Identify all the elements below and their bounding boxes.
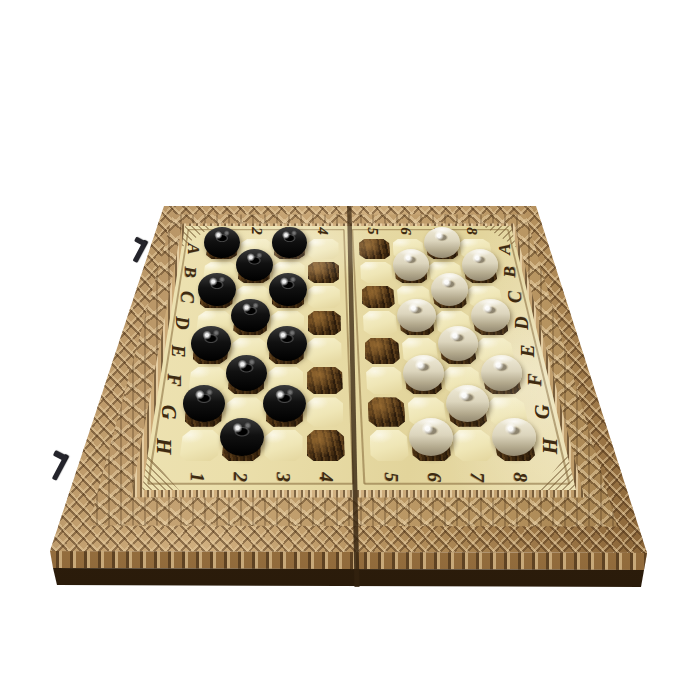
square-E4[interactable] [307,338,341,364]
rank-label-left-h: H [154,437,175,453]
square-H5[interactable] [370,430,409,461]
piece-white-E7[interactable] [438,326,478,361]
piece-black-E3[interactable] [267,326,307,361]
square-G4[interactable] [307,397,344,426]
square-C5[interactable] [362,286,395,309]
file-label-bottom-1: 1 [187,472,206,482]
square-H4[interactable] [307,430,345,461]
file-label-top-6: 6 [399,228,414,235]
file-label-bottom-6: 6 [424,472,443,482]
piece-white-A7[interactable] [424,227,460,258]
piece-black-B2[interactable] [236,249,273,281]
square-D5[interactable] [363,311,397,335]
piece-black-H2[interactable] [220,418,264,456]
file-label-top-5: 5 [366,228,381,235]
rank-label-right-f: F [525,374,545,387]
file-label-bottom-7: 7 [468,472,487,482]
piece-white-B6[interactable] [393,249,430,281]
file-label-top-4: 4 [316,228,331,235]
file-label-top-8: 8 [465,228,480,235]
rank-label-right-h: H [540,437,561,453]
piece-white-D8[interactable] [471,299,510,333]
rank-label-right-e: E [519,344,538,357]
rank-label-left-g: G [159,405,179,420]
file-label-bottom-3: 3 [273,472,292,482]
rank-label-left-a: A [185,243,202,254]
square-H3[interactable] [264,430,302,461]
rank-label-left-b: B [181,266,198,278]
square-F4[interactable] [307,367,343,395]
file-label-bottom-2: 2 [230,472,249,482]
piece-white-C7[interactable] [431,273,469,306]
rank-label-right-c: C [507,291,525,303]
square-B5[interactable] [360,262,392,284]
rank-label-left-f: F [164,374,184,387]
piece-black-C1[interactable] [198,273,236,306]
rank-label-right-d: D [512,316,530,329]
rank-label-right-b: B [501,266,518,278]
square-E5[interactable] [365,338,400,364]
square-D4[interactable] [308,311,341,335]
square-C4[interactable] [308,286,340,309]
square-A5[interactable] [359,239,390,259]
piece-white-H6[interactable] [409,418,453,456]
square-H7[interactable] [452,430,493,461]
piece-black-A1[interactable] [204,227,240,258]
rank-label-left-e: E [169,344,188,357]
photo-background: AABBCCDDEEFFGGHH1122334455667788 [0,0,700,700]
piece-black-A3[interactable] [272,227,308,258]
piece-black-E1[interactable] [191,326,231,361]
file-label-bottom-4: 4 [316,472,335,482]
rank-label-right-a: A [496,243,513,254]
square-B4[interactable] [308,262,339,284]
file-label-top-2: 2 [250,228,265,235]
rank-label-left-c: C [177,291,195,303]
piece-black-F2[interactable] [226,355,268,391]
square-H1[interactable] [180,430,220,461]
square-F5[interactable] [366,367,402,395]
checkers-board: AABBCCDDEEFFGGHH1122334455667788 [0,0,700,700]
rank-label-left-d: D [173,316,191,329]
rank-label-right-g: G [532,405,552,420]
file-label-bottom-8: 8 [511,472,530,482]
square-A4[interactable] [308,239,339,259]
square-G5[interactable] [368,397,406,426]
piece-white-F6[interactable] [403,355,445,391]
piece-white-F8[interactable] [481,355,523,391]
piece-black-C3[interactable] [269,273,307,306]
file-label-bottom-5: 5 [381,472,400,482]
fold-seam [0,0,700,700]
piece-white-G7[interactable] [446,385,489,422]
